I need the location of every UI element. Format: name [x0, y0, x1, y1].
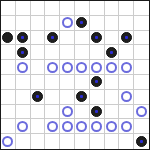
cell-r4c4[interactable] — [60, 60, 75, 75]
white-pearl — [91, 121, 102, 132]
cell-r0c7[interactable] — [105, 1, 120, 16]
cell-r9c2[interactable] — [31, 134, 46, 149]
pearl-center-dot — [80, 95, 83, 98]
white-pearl — [62, 121, 73, 132]
cell-r4c8[interactable] — [119, 60, 134, 75]
cell-r1c5[interactable] — [75, 16, 90, 31]
cell-r7c7[interactable] — [105, 105, 120, 120]
cell-r5c6[interactable] — [90, 75, 105, 90]
cell-r5c1[interactable] — [16, 75, 31, 90]
cell-r4c6[interactable] — [90, 60, 105, 75]
cell-r5c3[interactable] — [45, 75, 60, 90]
cell-r9c0[interactable] — [1, 134, 16, 149]
black-pearl — [2, 32, 13, 43]
cell-r0c0[interactable] — [1, 1, 16, 16]
cell-r3c2[interactable] — [31, 45, 46, 60]
white-pearl — [2, 136, 13, 147]
cell-r9c9[interactable] — [134, 134, 149, 149]
white-pearl — [62, 17, 73, 28]
cell-r1c7[interactable] — [105, 16, 120, 31]
cell-r4c1[interactable] — [16, 60, 31, 75]
pearl-center-dot — [110, 51, 113, 54]
black-pearl — [47, 32, 58, 43]
cell-r6c2[interactable] — [31, 90, 46, 105]
cell-r5c5[interactable] — [75, 75, 90, 90]
white-pearl — [121, 62, 132, 73]
cell-r8c6[interactable] — [90, 119, 105, 134]
white-pearl — [47, 121, 58, 132]
pearl-center-dot — [21, 51, 24, 54]
cell-r3c0[interactable] — [1, 45, 16, 60]
cell-r7c1[interactable] — [16, 105, 31, 120]
white-pearl — [136, 106, 147, 117]
cell-r4c9[interactable] — [134, 60, 149, 75]
pearl-center-dot — [36, 95, 39, 98]
cell-r0c2[interactable] — [31, 1, 46, 16]
white-pearl — [91, 62, 102, 73]
cell-r6c8[interactable] — [119, 90, 134, 105]
cell-r3c1[interactable] — [16, 45, 31, 60]
cell-r8c7[interactable] — [105, 119, 120, 134]
cell-r1c3[interactable] — [45, 16, 60, 31]
cell-r5c4[interactable] — [60, 75, 75, 90]
white-pearl — [62, 62, 73, 73]
cell-r7c8[interactable] — [119, 105, 134, 120]
cell-r8c8[interactable] — [119, 119, 134, 134]
cell-r2c0[interactable] — [1, 31, 16, 46]
pearl-center-dot — [80, 21, 83, 24]
black-pearl — [32, 91, 43, 102]
cell-r6c5[interactable] — [75, 90, 90, 105]
black-pearl — [106, 47, 117, 58]
pearl-center-dot — [21, 36, 24, 39]
cell-r2c5[interactable] — [75, 31, 90, 46]
white-pearl — [76, 121, 87, 132]
black-pearl — [17, 47, 28, 58]
cell-r9c8[interactable] — [119, 134, 134, 149]
cell-r8c9[interactable] — [134, 119, 149, 134]
black-pearl — [91, 76, 102, 87]
cell-r8c1[interactable] — [16, 119, 31, 134]
cell-r4c0[interactable] — [1, 60, 16, 75]
cell-r3c7[interactable] — [105, 45, 120, 60]
white-pearl — [106, 121, 117, 132]
cell-r8c2[interactable] — [31, 119, 46, 134]
cell-r9c6[interactable] — [90, 134, 105, 149]
pearl-center-dot — [95, 36, 98, 39]
cell-r7c4[interactable] — [60, 105, 75, 120]
cell-r9c7[interactable] — [105, 134, 120, 149]
black-pearl — [76, 17, 87, 28]
black-pearl — [76, 91, 87, 102]
cell-r3c4[interactable] — [60, 45, 75, 60]
black-pearl — [136, 136, 147, 147]
cell-r9c3[interactable] — [45, 134, 60, 149]
cell-r9c1[interactable] — [16, 134, 31, 149]
black-pearl — [91, 32, 102, 43]
cell-r6c3[interactable] — [45, 90, 60, 105]
cell-r7c2[interactable] — [31, 105, 46, 120]
cell-r1c0[interactable] — [1, 16, 16, 31]
cell-r1c9[interactable] — [134, 16, 149, 31]
cell-r4c7[interactable] — [105, 60, 120, 75]
cell-r0c3[interactable] — [45, 1, 60, 16]
pearl-center-dot — [95, 110, 98, 113]
cell-r8c3[interactable] — [45, 119, 60, 134]
cell-r5c0[interactable] — [1, 75, 16, 90]
cell-r0c5[interactable] — [75, 1, 90, 16]
cell-r8c5[interactable] — [75, 119, 90, 134]
cell-r1c4[interactable] — [60, 16, 75, 31]
cell-r2c2[interactable] — [31, 31, 46, 46]
cell-r7c5[interactable] — [75, 105, 90, 120]
cell-r9c5[interactable] — [75, 134, 90, 149]
white-pearl — [47, 62, 58, 73]
cell-r6c0[interactable] — [1, 90, 16, 105]
pearl-center-dot — [140, 140, 143, 143]
cell-r6c1[interactable] — [16, 90, 31, 105]
white-pearl — [121, 91, 132, 102]
pearl-center-dot — [125, 36, 128, 39]
cell-r3c9[interactable] — [134, 45, 149, 60]
cell-r6c6[interactable] — [90, 90, 105, 105]
cell-r5c2[interactable] — [31, 75, 46, 90]
masyu-puzzle — [0, 0, 150, 150]
white-pearl — [121, 121, 132, 132]
black-pearl — [17, 32, 28, 43]
cell-r8c4[interactable] — [60, 119, 75, 134]
cell-r7c9[interactable] — [134, 105, 149, 120]
cell-r0c1[interactable] — [16, 1, 31, 16]
cell-r5c7[interactable] — [105, 75, 120, 90]
cell-r2c4[interactable] — [60, 31, 75, 46]
cell-r9c4[interactable] — [60, 134, 75, 149]
cell-r2c1[interactable] — [16, 31, 31, 46]
cell-r4c2[interactable] — [31, 60, 46, 75]
cell-r6c9[interactable] — [134, 90, 149, 105]
cell-r7c3[interactable] — [45, 105, 60, 120]
cell-r3c5[interactable] — [75, 45, 90, 60]
cell-r1c8[interactable] — [119, 16, 134, 31]
cell-r8c0[interactable] — [1, 119, 16, 134]
cell-r1c6[interactable] — [90, 16, 105, 31]
cell-r7c0[interactable] — [1, 105, 16, 120]
cell-r3c6[interactable] — [90, 45, 105, 60]
pearl-center-dot — [95, 80, 98, 83]
white-pearl — [62, 106, 73, 117]
white-pearl — [17, 121, 28, 132]
cell-r2c3[interactable] — [45, 31, 60, 46]
pearl-center-dot — [51, 36, 54, 39]
white-pearl — [76, 62, 87, 73]
cell-r2c7[interactable] — [105, 31, 120, 46]
cell-r2c6[interactable] — [90, 31, 105, 46]
cell-r5c8[interactable] — [119, 75, 134, 90]
white-pearl — [106, 62, 117, 73]
cell-r0c8[interactable] — [119, 1, 134, 16]
cell-r2c8[interactable] — [119, 31, 134, 46]
cell-r7c6[interactable] — [90, 105, 105, 120]
cell-r6c4[interactable] — [60, 90, 75, 105]
cell-r0c4[interactable] — [60, 1, 75, 16]
cell-r3c8[interactable] — [119, 45, 134, 60]
cell-r4c3[interactable] — [45, 60, 60, 75]
cell-r1c1[interactable] — [16, 16, 31, 31]
cell-r6c7[interactable] — [105, 90, 120, 105]
cell-r0c9[interactable] — [134, 1, 149, 16]
cell-r5c9[interactable] — [134, 75, 149, 90]
black-pearl — [91, 106, 102, 117]
masyu-board — [0, 0, 150, 150]
cell-r3c3[interactable] — [45, 45, 60, 60]
white-pearl — [17, 62, 28, 73]
black-pearl — [121, 32, 132, 43]
cell-r1c2[interactable] — [31, 16, 46, 31]
cell-r4c5[interactable] — [75, 60, 90, 75]
cell-r2c9[interactable] — [134, 31, 149, 46]
cell-r0c6[interactable] — [90, 1, 105, 16]
